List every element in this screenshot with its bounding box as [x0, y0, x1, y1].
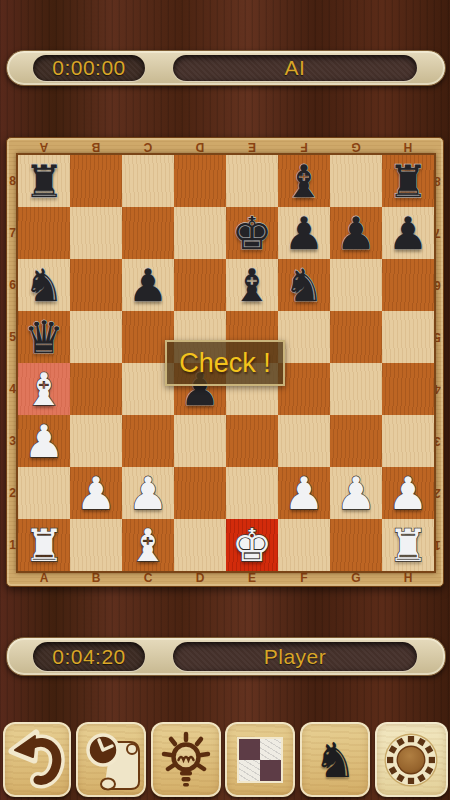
black-king: ♚: [232, 211, 272, 256]
square-f4[interactable]: [278, 363, 330, 415]
gear-icon: [379, 727, 443, 793]
square-e8[interactable]: [226, 155, 278, 207]
white-pawn: ♟: [128, 471, 168, 516]
black-knight: ♞: [284, 263, 324, 308]
black-pawn: ♟: [336, 211, 376, 256]
square-a2[interactable]: [18, 467, 70, 519]
check-banner: Check !: [165, 340, 285, 386]
square-c1[interactable]: ♝: [122, 519, 174, 571]
white-pawn: ♟: [284, 471, 324, 516]
square-d3[interactable]: [174, 415, 226, 467]
square-h7[interactable]: ♟: [382, 207, 434, 259]
top-player-bar: 0:00:00 AI: [6, 50, 446, 86]
square-b4[interactable]: [70, 363, 122, 415]
square-b1[interactable]: [70, 519, 122, 571]
player-name-label: Player: [173, 642, 417, 671]
white-pawn: ♟: [76, 471, 116, 516]
square-g3[interactable]: [330, 415, 382, 467]
clock-scroll-icon: [79, 729, 143, 791]
bottom-player-bar: 0:04:20 Player: [6, 637, 446, 676]
square-h4[interactable]: [382, 363, 434, 415]
square-h1[interactable]: ♜: [382, 519, 434, 571]
square-d7[interactable]: [174, 207, 226, 259]
square-c3[interactable]: [122, 415, 174, 467]
square-g6[interactable]: [330, 259, 382, 311]
square-d6[interactable]: [174, 259, 226, 311]
black-rook: ♜: [24, 159, 64, 204]
square-h2[interactable]: ♟: [382, 467, 434, 519]
pieces-style-button[interactable]: ♞: [300, 722, 370, 797]
square-g2[interactable]: ♟: [330, 467, 382, 519]
hint-button[interactable]: [151, 722, 221, 797]
square-d2[interactable]: [174, 467, 226, 519]
square-b2[interactable]: ♟: [70, 467, 122, 519]
undo-button[interactable]: [3, 722, 71, 797]
square-h6[interactable]: [382, 259, 434, 311]
undo-arrow-icon: [7, 729, 67, 791]
board-style-button[interactable]: [225, 722, 295, 797]
settings-button[interactable]: [375, 722, 448, 797]
white-rook: ♜: [24, 523, 64, 568]
square-g5[interactable]: [330, 311, 382, 363]
square-e2[interactable]: [226, 467, 278, 519]
square-g7[interactable]: ♟: [330, 207, 382, 259]
square-h5[interactable]: [382, 311, 434, 363]
ai-timer: 0:00:00: [33, 55, 145, 81]
square-f3[interactable]: [278, 415, 330, 467]
white-king: ♚: [232, 523, 272, 568]
square-b7[interactable]: [70, 207, 122, 259]
white-pawn: ♟: [388, 471, 428, 516]
player-timer: 0:04:20: [33, 642, 145, 671]
square-b3[interactable]: [70, 415, 122, 467]
lightbulb-icon: [154, 730, 218, 790]
black-pawn: ♟: [388, 211, 428, 256]
square-b8[interactable]: [70, 155, 122, 207]
white-pawn: ♟: [336, 471, 376, 516]
square-d1[interactable]: [174, 519, 226, 571]
square-e6[interactable]: ♝: [226, 259, 278, 311]
square-a1[interactable]: ♜: [18, 519, 70, 571]
square-f5[interactable]: [278, 311, 330, 363]
white-rook: ♜: [388, 523, 428, 568]
square-g8[interactable]: [330, 155, 382, 207]
square-a5[interactable]: ♛: [18, 311, 70, 363]
square-c8[interactable]: [122, 155, 174, 207]
square-f7[interactable]: ♟: [278, 207, 330, 259]
square-b5[interactable]: [70, 311, 122, 363]
square-e3[interactable]: [226, 415, 278, 467]
square-a3[interactable]: ♟: [18, 415, 70, 467]
square-h3[interactable]: [382, 415, 434, 467]
checkerboard-icon: [239, 739, 281, 781]
ai-name-label: AI: [173, 55, 417, 81]
square-a6[interactable]: ♞: [18, 259, 70, 311]
square-f6[interactable]: ♞: [278, 259, 330, 311]
black-pawn: ♟: [284, 211, 324, 256]
square-d8[interactable]: [174, 155, 226, 207]
square-e1[interactable]: ♚: [226, 519, 278, 571]
square-h8[interactable]: ♜: [382, 155, 434, 207]
square-e7[interactable]: ♚: [226, 207, 278, 259]
square-a4[interactable]: ♝: [18, 363, 70, 415]
white-pawn: ♟: [24, 419, 64, 464]
toolbar: ♞: [3, 722, 448, 797]
black-bishop: ♝: [284, 159, 324, 204]
square-b6[interactable]: [70, 259, 122, 311]
knight-icon: ♞: [314, 736, 357, 784]
square-a8[interactable]: ♜: [18, 155, 70, 207]
square-c2[interactable]: ♟: [122, 467, 174, 519]
black-rook: ♜: [388, 159, 428, 204]
square-f2[interactable]: ♟: [278, 467, 330, 519]
moves-button[interactable]: [76, 722, 146, 797]
square-g1[interactable]: [330, 519, 382, 571]
black-queen: ♛: [24, 315, 64, 360]
square-a7[interactable]: [18, 207, 70, 259]
white-bishop: ♝: [24, 367, 64, 412]
black-pawn: ♟: [128, 263, 168, 308]
black-bishop: ♝: [232, 263, 272, 308]
white-bishop: ♝: [128, 523, 168, 568]
black-knight: ♞: [24, 263, 64, 308]
square-c7[interactable]: [122, 207, 174, 259]
square-c6[interactable]: ♟: [122, 259, 174, 311]
square-f1[interactable]: [278, 519, 330, 571]
square-g4[interactable]: [330, 363, 382, 415]
square-f8[interactable]: ♝: [278, 155, 330, 207]
